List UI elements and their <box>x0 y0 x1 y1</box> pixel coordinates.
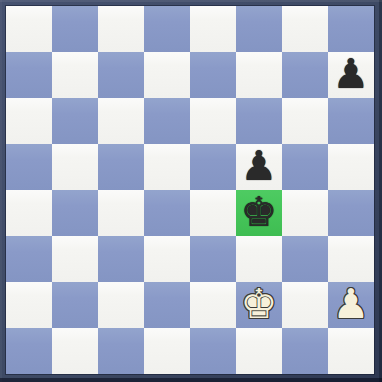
square-b6[interactable] <box>52 98 98 144</box>
square-f4[interactable]: ♚ <box>236 190 282 236</box>
black-king[interactable]: ♚ <box>241 192 278 233</box>
square-d7[interactable] <box>144 52 190 98</box>
square-h8[interactable] <box>328 6 374 52</box>
square-a4[interactable] <box>6 190 52 236</box>
square-b4[interactable] <box>52 190 98 236</box>
square-f1[interactable] <box>236 328 282 374</box>
square-f5[interactable]: ♟ <box>236 144 282 190</box>
square-h4[interactable] <box>328 190 374 236</box>
square-c5[interactable] <box>98 144 144 190</box>
square-b5[interactable] <box>52 144 98 190</box>
square-b1[interactable] <box>52 328 98 374</box>
square-c8[interactable] <box>98 6 144 52</box>
square-g5[interactable] <box>282 144 328 190</box>
square-f3[interactable] <box>236 236 282 282</box>
square-g4[interactable] <box>282 190 328 236</box>
black-pawn[interactable]: ♟ <box>241 146 278 187</box>
square-d5[interactable] <box>144 144 190 190</box>
square-e8[interactable] <box>190 6 236 52</box>
square-d1[interactable] <box>144 328 190 374</box>
square-c3[interactable] <box>98 236 144 282</box>
square-c1[interactable] <box>98 328 144 374</box>
square-a7[interactable] <box>6 52 52 98</box>
square-d4[interactable] <box>144 190 190 236</box>
square-b2[interactable] <box>52 282 98 328</box>
square-h2[interactable]: ♟ <box>328 282 374 328</box>
square-c7[interactable] <box>98 52 144 98</box>
square-d8[interactable] <box>144 6 190 52</box>
white-pawn[interactable]: ♟ <box>333 284 370 325</box>
square-e6[interactable] <box>190 98 236 144</box>
square-b3[interactable] <box>52 236 98 282</box>
square-e1[interactable] <box>190 328 236 374</box>
square-g1[interactable] <box>282 328 328 374</box>
square-a6[interactable] <box>6 98 52 144</box>
square-c4[interactable] <box>98 190 144 236</box>
square-e4[interactable] <box>190 190 236 236</box>
square-g3[interactable] <box>282 236 328 282</box>
square-f6[interactable] <box>236 98 282 144</box>
square-d2[interactable] <box>144 282 190 328</box>
chess-board-frame: ♟♟♚♚♟ <box>0 0 382 382</box>
white-king[interactable]: ♚ <box>241 284 278 325</box>
square-a5[interactable] <box>6 144 52 190</box>
square-e3[interactable] <box>190 236 236 282</box>
square-f2[interactable]: ♚ <box>236 282 282 328</box>
square-h1[interactable] <box>328 328 374 374</box>
square-b7[interactable] <box>52 52 98 98</box>
square-h6[interactable] <box>328 98 374 144</box>
square-f8[interactable] <box>236 6 282 52</box>
black-pawn[interactable]: ♟ <box>333 54 370 95</box>
square-g6[interactable] <box>282 98 328 144</box>
square-h7[interactable]: ♟ <box>328 52 374 98</box>
square-g2[interactable] <box>282 282 328 328</box>
square-c2[interactable] <box>98 282 144 328</box>
square-e2[interactable] <box>190 282 236 328</box>
square-d3[interactable] <box>144 236 190 282</box>
chess-board: ♟♟♚♚♟ <box>6 6 374 374</box>
square-a8[interactable] <box>6 6 52 52</box>
square-g7[interactable] <box>282 52 328 98</box>
square-h5[interactable] <box>328 144 374 190</box>
square-f7[interactable] <box>236 52 282 98</box>
square-c6[interactable] <box>98 98 144 144</box>
square-g8[interactable] <box>282 6 328 52</box>
square-e5[interactable] <box>190 144 236 190</box>
square-h3[interactable] <box>328 236 374 282</box>
square-a1[interactable] <box>6 328 52 374</box>
square-e7[interactable] <box>190 52 236 98</box>
square-d6[interactable] <box>144 98 190 144</box>
square-a3[interactable] <box>6 236 52 282</box>
square-a2[interactable] <box>6 282 52 328</box>
square-b8[interactable] <box>52 6 98 52</box>
